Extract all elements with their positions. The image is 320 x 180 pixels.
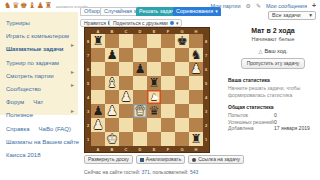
square-b5[interactable]: ♝ <box>105 76 119 90</box>
link-icon <box>192 158 196 162</box>
sidebar-item-3: Турнир по задачам <box>0 55 78 68</box>
plus-button[interactable]: + <box>312 2 316 9</box>
mouse-cursor-icon <box>155 95 159 101</box>
square-e1[interactable] <box>147 132 161 146</box>
square-a7[interactable] <box>91 48 105 62</box>
stat-value: 17 января 2019 <box>274 125 318 132</box>
analyze-board-icon <box>140 158 144 162</box>
board-squares: ♜♚♟♞♟♟♝♜♟♟♟♟♛♛♟♚♜ <box>91 34 203 146</box>
move-indicator: △Ваш ход. <box>228 48 318 54</box>
footer-online-counter: Сейчас на сайте гостей: 371, пользовател… <box>84 169 198 175</box>
task-panel: Мат в 2 хода Начинают белые △Ваш ход. Пр… <box>228 27 318 132</box>
chevron-right-icon: ▸ <box>71 68 74 77</box>
file-label: H <box>189 146 203 152</box>
tab-solve-label: Решать задачи <box>139 8 177 14</box>
like-label: Нравится <box>84 20 106 26</box>
white-to-move-icon: △ <box>259 48 263 54</box>
rank-label: 7 <box>203 48 209 62</box>
footer-prefix: Сейчас на сайте гостей: <box>84 169 141 175</box>
sidebar-link[interactable]: Смотреть партии <box>6 73 54 79</box>
sidebar-item-0: Турниры <box>0 15 78 28</box>
square-c6[interactable] <box>119 62 133 76</box>
piece-wb-b5[interactable]: ♝ <box>106 76 117 90</box>
square-f7[interactable] <box>161 48 175 62</box>
flip-board-button[interactable]: Развернуть доску <box>84 155 133 164</box>
square-f5[interactable] <box>161 76 175 90</box>
square-d7[interactable] <box>133 48 147 62</box>
rank-label: 1 <box>203 132 209 146</box>
square-a1[interactable] <box>91 132 105 146</box>
square-h4[interactable] <box>189 90 203 104</box>
drag-ghost-piece: ♟ <box>150 91 158 103</box>
rank-label: 3 <box>203 104 209 118</box>
sidebar-link[interactable]: Форум <box>6 99 24 105</box>
square-b1[interactable]: ♚ <box>105 132 119 146</box>
square-h6[interactable]: ♟ <box>189 62 203 76</box>
square-e2[interactable] <box>147 118 161 132</box>
sidebar-link[interactable]: Шахматы на Вашем сайте <box>6 139 79 145</box>
square-a2[interactable]: ♟ <box>91 118 105 132</box>
square-e4[interactable]: ♟ <box>147 90 161 104</box>
square-c8[interactable] <box>119 34 133 48</box>
square-a5[interactable] <box>91 76 105 90</box>
analyze-label: Анализировать <box>146 156 181 163</box>
piece-wp-b3[interactable]: ♟ <box>106 104 117 118</box>
overall-stats-title: Общая статистика <box>228 104 318 110</box>
flip-board-label: Развернуть доску <box>88 156 129 163</box>
sidebar-link[interactable]: Справка <box>6 126 30 132</box>
piece-bk-g8[interactable]: ♚ <box>176 34 187 48</box>
piece-wq-d3[interactable]: ♛ <box>134 104 145 118</box>
share-button[interactable]: Поделиться с друзьями ▾ <box>109 19 182 27</box>
piece-wp-c4[interactable]: ♟ <box>120 90 131 104</box>
square-a8[interactable]: ♜ <box>91 34 105 48</box>
sidebar-link[interactable]: Турниры <box>6 20 30 26</box>
sidebar: ТурнирыИграть с компьютеромШахматные зад… <box>0 12 78 115</box>
sidebar-item-4: Смотреть партии▸ <box>0 68 78 81</box>
file-label: D <box>133 146 147 152</box>
square-c5[interactable] <box>119 76 133 90</box>
top-links: Мои партии ⚙ ✎ Мои сообщения + <box>211 2 316 9</box>
square-a3[interactable]: ♟ <box>91 104 105 118</box>
square-c7[interactable] <box>119 48 133 62</box>
file-label: C <box>119 146 133 152</box>
chevron-right-icon: ▸ <box>71 81 74 90</box>
chevron-right-icon: ▸ <box>71 41 74 50</box>
my-messages-link[interactable]: Мои сообщения <box>266 3 307 9</box>
piece-br-e5[interactable]: ♜ <box>148 76 159 90</box>
chevron-right-icon: ▸ <box>71 107 74 116</box>
square-g3[interactable] <box>175 104 189 118</box>
square-b2[interactable] <box>105 118 119 132</box>
piece-bn-h7[interactable]: ♞ <box>190 48 201 62</box>
square-h1[interactable]: ♜ <box>189 132 203 146</box>
sidebar-item-1: Играть с компьютером <box>0 28 78 41</box>
square-d8[interactable] <box>133 34 147 48</box>
sidebar-item-7: Полезное▸ <box>0 107 78 120</box>
square-d3[interactable]: ♛ <box>133 104 147 118</box>
square-g2[interactable] <box>175 118 189 132</box>
square-h3[interactable] <box>189 104 203 118</box>
square-e8[interactable] <box>147 34 161 48</box>
square-b8[interactable] <box>105 34 119 48</box>
square-e5[interactable]: ♜ <box>147 76 161 90</box>
footer-guests-count[interactable]: 371 <box>141 169 149 175</box>
square-a4[interactable] <box>91 90 105 104</box>
square-h2[interactable] <box>189 118 203 132</box>
pencil-icon[interactable]: ✎ <box>256 3 261 9</box>
square-c1[interactable] <box>119 132 133 146</box>
task-link-label: Ссылка на задачу <box>198 156 240 163</box>
square-c2[interactable] <box>119 118 133 132</box>
chevron-down-icon: ▾ <box>176 20 179 26</box>
square-b6[interactable] <box>105 62 119 76</box>
square-e6[interactable] <box>147 62 161 76</box>
piece-bq-e3[interactable]: ♛ <box>148 104 159 118</box>
square-c4[interactable]: ♟ <box>119 90 133 104</box>
sidebar-item-10: Каисса 2018 <box>0 147 78 160</box>
square-b7[interactable]: ♟ <box>105 48 119 62</box>
analyze-button[interactable]: Анализировать <box>136 155 185 164</box>
file-label: G <box>175 146 189 152</box>
sidebar-item-2: Шахматные задачи▸ <box>0 41 78 54</box>
sidebar-item-8: СправкаЧаВо (FAQ) <box>0 121 78 134</box>
square-g7[interactable] <box>175 48 189 62</box>
all-tasks-dropdown[interactable]: Все задачи ▾ <box>268 11 316 20</box>
square-d6[interactable]: ♟ <box>133 62 147 76</box>
square-f8[interactable] <box>161 34 175 48</box>
your-stats-note: Начните решать задачи, чтобы формировала… <box>228 85 318 98</box>
footer-mid: , пользователей: <box>150 169 190 175</box>
square-c3[interactable] <box>119 104 133 118</box>
piece-bp-a3[interactable]: ♟ <box>92 104 103 118</box>
piece-bp-b7[interactable]: ♟ <box>106 48 117 62</box>
square-a6[interactable] <box>91 62 105 76</box>
sidebar-item-9: Шахматы на Вашем сайте <box>0 134 78 147</box>
file-label: F <box>161 146 175 152</box>
site-logo[interactable]: ♞♛♚♝♟♜ шахматы онлайн <box>4 1 88 11</box>
rank-label: 6 <box>203 62 209 76</box>
gear-icon[interactable]: ⚙ <box>245 3 250 9</box>
rank-label: 2 <box>203 118 209 132</box>
your-stats-title: Ваша статистика <box>228 77 318 83</box>
square-d2[interactable] <box>133 118 147 132</box>
square-f4[interactable] <box>161 90 175 104</box>
square-e3[interactable]: ♛ <box>147 104 161 118</box>
piece-br-h1[interactable]: ♜ <box>190 132 201 146</box>
skip-task-button[interactable]: Пропустить эту задачу <box>241 58 306 69</box>
chevron-down-icon: ▾ <box>309 12 312 19</box>
share-label: Поделиться с друзьями <box>113 20 168 26</box>
rank-label: 5 <box>203 76 209 90</box>
square-f6[interactable] <box>161 62 175 76</box>
rank-labels-right: 87654321 <box>203 34 209 146</box>
square-g5[interactable] <box>175 76 189 90</box>
rank-label: 8 <box>203 34 209 48</box>
square-g8[interactable]: ♚ <box>175 34 189 48</box>
file-label: E <box>147 146 161 152</box>
square-f1[interactable] <box>161 132 175 146</box>
stat-label: Добавлена <box>228 125 274 132</box>
sidebar-link[interactable]: Играть с компьютером <box>6 33 69 39</box>
square-f2[interactable] <box>161 118 175 132</box>
square-h8[interactable] <box>189 34 203 48</box>
stat-row: Добавлена17 января 2019 <box>228 125 318 132</box>
sidebar-link[interactable]: Сообщество <box>6 86 41 92</box>
sidebar-link[interactable]: ЧаВо (FAQ) <box>39 126 71 132</box>
sidebar-link[interactable]: Каисса 2018 <box>6 152 41 158</box>
square-g6[interactable] <box>175 62 189 76</box>
piece-wk-b1[interactable]: ♚ <box>106 132 117 146</box>
piece-wp-a2[interactable]: ♟ <box>92 118 103 132</box>
sidebar-link[interactable]: Турнир по задачам <box>6 60 59 66</box>
chevron-down-icon: ▾ <box>215 8 218 14</box>
square-h5[interactable] <box>189 76 203 90</box>
share-icon <box>170 21 174 25</box>
chess-board: ABCDEFGH ABCDEFGH 87654321 87654321 ♜♚♟♞… <box>84 27 210 153</box>
task-subtitle: Начинают белые <box>228 36 318 42</box>
sidebar-item-5: Сообщество▸ <box>0 81 78 94</box>
square-b3[interactable]: ♟ <box>105 104 119 118</box>
file-labels-bottom: ABCDEFGH <box>91 146 203 152</box>
file-label: B <box>105 146 119 152</box>
task-link-button[interactable]: Ссылка на задачу <box>188 155 244 164</box>
page: ♞♛♚♝♟♜ шахматы онлайн Мои партии ⚙ ✎ Мои… <box>0 0 320 180</box>
piece-bp-d6[interactable]: ♟ <box>134 62 145 76</box>
sidebar-link[interactable]: Полезное <box>6 112 33 118</box>
file-label: A <box>91 146 105 152</box>
tab-contest-label: Соревнования <box>176 8 213 14</box>
sidebar-item-6: ФорумЧат <box>0 94 78 107</box>
piece-wp-h6[interactable]: ♟ <box>190 62 201 76</box>
board-buttons: Развернуть доску Анализировать Ссылка на… <box>84 155 244 164</box>
square-g1[interactable] <box>175 132 189 146</box>
square-d1[interactable] <box>133 132 147 146</box>
all-tasks-label: Все задачи <box>272 12 301 19</box>
rank-label: 4 <box>203 90 209 104</box>
sidebar-link[interactable]: Шахматные задачи <box>6 46 64 52</box>
square-e7[interactable] <box>147 48 161 62</box>
square-b4[interactable] <box>105 90 119 104</box>
move-indicator-label: Ваш ход. <box>264 48 287 54</box>
square-h7[interactable]: ♞ <box>189 48 203 62</box>
sidebar-link[interactable]: Чат <box>33 99 43 105</box>
logo-chess-pieces-icon: ♞♛♚♝♟♜ <box>4 1 53 11</box>
task-title: Мат в 2 хода <box>228 27 318 34</box>
piece-br-a8[interactable]: ♜ <box>92 34 103 48</box>
tab-contest[interactable]: Соревнования▾ <box>173 7 221 16</box>
overall-stats-rows: Попыток0Успешных решений0Добавлена17 янв… <box>228 112 318 132</box>
square-g4[interactable] <box>175 90 189 104</box>
square-d4[interactable] <box>133 90 147 104</box>
footer-users-count[interactable]: 543 <box>190 169 198 175</box>
square-f3[interactable] <box>161 104 175 118</box>
square-d5[interactable] <box>133 76 147 90</box>
